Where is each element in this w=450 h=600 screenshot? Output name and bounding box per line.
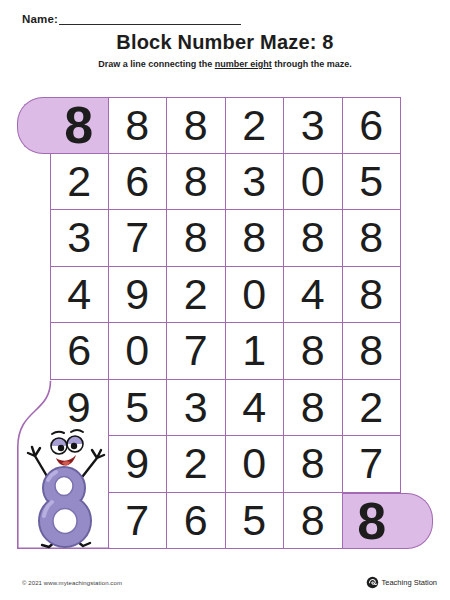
teaching-station-logo-icon [366, 576, 379, 589]
maze-cell[interactable]: 2 [50, 154, 109, 211]
instruction-prefix: Draw a line connecting the [98, 59, 215, 69]
page-title: Block Number Maze: 8 [0, 31, 450, 54]
character-zone-cell [50, 493, 109, 550]
maze-cell[interactable]: 8 [167, 154, 226, 211]
maze-cell[interactable]: 7 [109, 210, 168, 267]
start-cell[interactable]: 8 [50, 97, 109, 154]
maze-cell[interactable]: 7 [109, 493, 168, 550]
instruction-suffix: through the maze. [272, 59, 352, 69]
name-label: Name: [22, 13, 58, 25]
maze-cell[interactable]: 0 [284, 154, 343, 211]
maze-cell[interactable]: 8 [109, 97, 168, 154]
brand-name: Teaching Station [382, 578, 437, 587]
maze-cell[interactable]: 8 [343, 323, 402, 380]
maze-cell[interactable]: 2 [343, 380, 402, 437]
maze-cell[interactable]: 5 [226, 493, 285, 550]
maze-cell[interactable]: 5 [109, 380, 168, 437]
maze-grid: 8882362683053788884920486071889534829208… [50, 97, 401, 549]
character-zone-cell [50, 436, 109, 493]
maze-cell[interactable]: 9 [109, 267, 168, 324]
maze-cell[interactable]: 7 [167, 323, 226, 380]
maze-cell[interactable]: 6 [343, 97, 402, 154]
maze-cell[interactable]: 8 [343, 210, 402, 267]
maze-cell[interactable]: 8 [343, 267, 402, 324]
maze-cell[interactable]: 3 [167, 380, 226, 437]
maze-cell[interactable]: 5 [343, 154, 402, 211]
maze-cell[interactable]: 2 [167, 267, 226, 324]
maze-cell[interactable]: 4 [226, 380, 285, 437]
maze-cell[interactable]: 9 [109, 436, 168, 493]
maze-cell[interactable]: 6 [109, 154, 168, 211]
maze-cell[interactable]: 8 [284, 436, 343, 493]
copyright-text: © 2021 www.myteachingstation.com [22, 580, 122, 586]
maze-cell[interactable]: 3 [226, 154, 285, 211]
maze-cell[interactable]: 8 [284, 210, 343, 267]
name-input-line[interactable] [59, 11, 241, 25]
instruction-text: Draw a line connecting the number eight … [0, 59, 450, 69]
maze-cell[interactable]: 0 [109, 323, 168, 380]
maze-cell[interactable]: 4 [50, 267, 109, 324]
maze-cell[interactable]: 8 [284, 323, 343, 380]
worksheet-page: Name: Block Number Maze: 8 Draw a line c… [0, 0, 450, 600]
maze-cell[interactable]: 0 [226, 436, 285, 493]
maze-cell[interactable]: 8 [167, 210, 226, 267]
maze-cell[interactable]: 6 [167, 493, 226, 550]
maze-cell[interactable]: 8 [284, 380, 343, 437]
maze-cell[interactable]: 8 [226, 210, 285, 267]
maze-cell[interactable]: 2 [167, 436, 226, 493]
maze-cell[interactable]: 7 [343, 436, 402, 493]
name-row: Name: [22, 11, 241, 25]
maze-cell[interactable]: 4 [284, 267, 343, 324]
maze-cell[interactable]: 9 [50, 380, 109, 437]
maze-cell[interactable]: 8 [284, 493, 343, 550]
maze-cell[interactable]: 2 [226, 97, 285, 154]
maze-cell[interactable]: 3 [284, 97, 343, 154]
maze-cell[interactable]: 0 [226, 267, 285, 324]
brand-lockup: Teaching Station [366, 576, 437, 589]
instruction-underlined: number eight [215, 59, 272, 69]
end-cell[interactable]: 8 [343, 493, 402, 550]
maze-cell[interactable]: 8 [167, 97, 226, 154]
maze-cell[interactable]: 3 [50, 210, 109, 267]
maze-cell[interactable]: 1 [226, 323, 285, 380]
maze-cell[interactable]: 6 [50, 323, 109, 380]
